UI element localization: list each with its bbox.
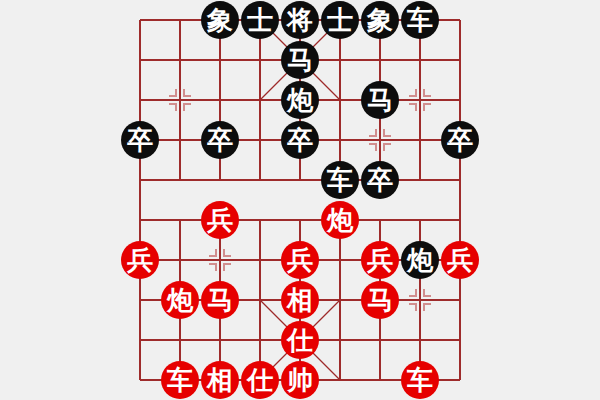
piece-black-chariot-f6[interactable]: 车 bbox=[321, 161, 359, 199]
xiangqi-board: 象士将士象车马炮马卒卒卒卒车卒兵炮兵兵兵炮兵炮马相马仕车相仕帅车 bbox=[120, 0, 480, 400]
piece-red-chariot-h1[interactable]: 车 bbox=[401, 361, 439, 399]
piece-red-soldier-i4[interactable]: 兵 bbox=[441, 241, 479, 279]
piece-red-chariot-b1[interactable]: 车 bbox=[161, 361, 199, 399]
piece-red-soldier-c5[interactable]: 兵 bbox=[201, 201, 239, 239]
piece-black-soldier-a7[interactable]: 卒 bbox=[121, 121, 159, 159]
piece-black-soldier-i7[interactable]: 卒 bbox=[441, 121, 479, 159]
piece-red-soldier-g4[interactable]: 兵 bbox=[361, 241, 399, 279]
piece-black-elephant-g10[interactable]: 象 bbox=[361, 1, 399, 39]
piece-red-horse-g3[interactable]: 马 bbox=[361, 281, 399, 319]
piece-red-advisor-d1[interactable]: 仕 bbox=[241, 361, 279, 399]
piece-black-advisor-f10[interactable]: 士 bbox=[321, 1, 359, 39]
piece-black-horse-g8[interactable]: 马 bbox=[361, 81, 399, 119]
piece-black-chariot-h10[interactable]: 车 bbox=[401, 1, 439, 39]
piece-black-horse-e9[interactable]: 马 bbox=[281, 41, 319, 79]
piece-red-cannon-f5[interactable]: 炮 bbox=[321, 201, 359, 239]
piece-red-soldier-e4[interactable]: 兵 bbox=[281, 241, 319, 279]
piece-black-cannon-e8[interactable]: 炮 bbox=[281, 81, 319, 119]
piece-red-horse-c3[interactable]: 马 bbox=[201, 281, 239, 319]
piece-black-soldier-c7[interactable]: 卒 bbox=[201, 121, 239, 159]
piece-red-soldier-a4[interactable]: 兵 bbox=[121, 241, 159, 279]
piece-black-advisor-d10[interactable]: 士 bbox=[241, 1, 279, 39]
piece-red-advisor-e2[interactable]: 仕 bbox=[281, 321, 319, 359]
piece-black-elephant-c10[interactable]: 象 bbox=[201, 1, 239, 39]
piece-black-soldier-e7[interactable]: 卒 bbox=[281, 121, 319, 159]
piece-red-elephant-e3[interactable]: 相 bbox=[281, 281, 319, 319]
piece-red-elephant-c1[interactable]: 相 bbox=[201, 361, 239, 399]
piece-black-soldier-g6[interactable]: 卒 bbox=[361, 161, 399, 199]
piece-red-general-e1[interactable]: 帅 bbox=[281, 361, 319, 399]
piece-black-general-e10[interactable]: 将 bbox=[281, 1, 319, 39]
piece-black-cannon-h4[interactable]: 炮 bbox=[401, 241, 439, 279]
xiangqi-app: 象士将士象车马炮马卒卒卒卒车卒兵炮兵兵兵炮兵炮马相马仕车相仕帅车 bbox=[0, 0, 600, 400]
piece-red-cannon-b3[interactable]: 炮 bbox=[161, 281, 199, 319]
